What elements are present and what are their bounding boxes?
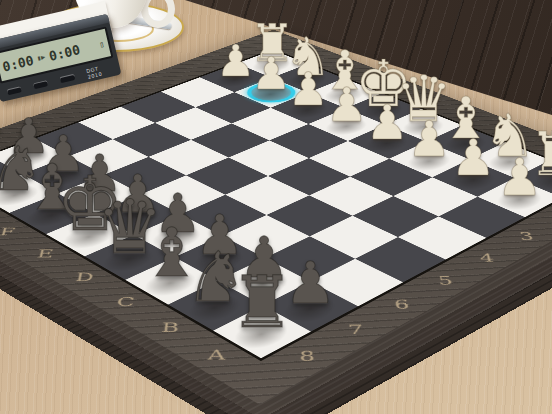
rank-label: 3 [505, 226, 548, 247]
battery-icon: ▯ [98, 39, 105, 49]
file-label: E [22, 243, 68, 265]
rank-label: 2 [543, 206, 552, 226]
scene: 0:00 ▮▶ 0:00 ▯ DGT 2010 HGFEDCBA87654321… [0, 0, 552, 414]
file-label: D [61, 265, 108, 288]
file-label: C [102, 289, 150, 314]
rank-label: 4 [464, 247, 508, 269]
file-label: B [145, 315, 194, 341]
rank-label: 7 [331, 317, 380, 343]
clock-left-time: 0:00 [1, 52, 35, 74]
clock-right-time: 0:00 [47, 42, 81, 64]
rank-label: 8 [282, 343, 332, 371]
turn-indicator-icon: ▮▶ [36, 53, 46, 63]
rank-label: 5 [422, 269, 468, 293]
clock-button[interactable] [33, 81, 48, 89]
file-label: A [191, 341, 241, 369]
clock-button[interactable] [7, 87, 22, 95]
clock-button[interactable] [60, 74, 75, 82]
rank-label: 6 [378, 292, 425, 317]
